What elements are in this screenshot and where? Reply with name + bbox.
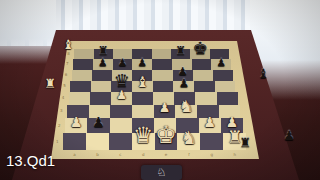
board-square — [217, 92, 238, 105]
chess-piece-white-pawn: ♟ — [70, 116, 82, 130]
captured-piece-black-pawn: ♟ — [283, 129, 295, 142]
captured-piece-black-bishop: ♝ — [257, 67, 269, 80]
chess-piece-black-pawn: ♟ — [98, 57, 107, 67]
file-coordinate: d — [142, 153, 145, 157]
board-square — [86, 133, 109, 150]
rank-row — [72, 70, 234, 81]
captured-piece-white-bishop: ♝ — [62, 38, 74, 51]
chess-piece-black-rook: ♜ — [98, 45, 109, 57]
chess-piece-black-pawn: ♟ — [178, 67, 188, 78]
chess-piece-white-pawn: ♟ — [203, 116, 215, 130]
board-square — [132, 105, 154, 119]
file-coordinate: b — [96, 153, 99, 157]
rank-coordinate: 6 — [65, 73, 68, 77]
board-square — [152, 70, 172, 81]
captured-piece-white-rook: ♜ — [44, 77, 56, 90]
board-square — [70, 81, 91, 93]
file-coordinate: g — [211, 153, 214, 157]
chess-piece-white-queen: ♛ — [133, 124, 153, 147]
chess-piece-black-pawn: ♟ — [118, 57, 127, 67]
board-square — [110, 105, 132, 119]
board-square — [200, 133, 223, 150]
board-square — [109, 133, 132, 150]
rank-coordinate: 1 — [56, 140, 59, 144]
board-square — [132, 92, 153, 105]
file-coordinate: a — [73, 153, 75, 157]
board-square — [91, 81, 112, 93]
chess-piece-black-pawn: ♟ — [137, 57, 146, 67]
dgt-logo-plaque: ♘ — [141, 165, 182, 180]
chess-piece-white-pawn: ♟ — [226, 116, 238, 130]
rank-coordinate: 3 — [60, 109, 63, 113]
board-square — [152, 59, 172, 70]
board-square — [194, 81, 215, 93]
chess-piece-white-pawn: ♟ — [116, 90, 127, 102]
rank-coordinate: 8 — [67, 52, 70, 56]
board-square — [192, 59, 212, 70]
board-square — [195, 92, 216, 105]
board-square — [69, 92, 90, 105]
board-square — [153, 81, 174, 93]
chess-piece-white-pawn: ♟ — [159, 102, 171, 115]
rank-coordinate: 4 — [62, 96, 65, 100]
file-coordinate: f — [188, 153, 189, 157]
curtain-light-left — [0, 0, 56, 64]
dgt-knight-icon: ♘ — [157, 167, 167, 178]
file-coordinate: h — [233, 153, 236, 157]
chess-piece-white-knight: ♞ — [179, 99, 194, 115]
board-square — [152, 49, 171, 59]
board-square — [73, 59, 93, 70]
chess-piece-white-bishop: ♝ — [136, 75, 149, 89]
broadcast-frame: 13.Qd1 ♘ abcdefgh12345678♛♚♞♜♟♟♟♟♞♟♝♟♛♟♟… — [0, 0, 320, 180]
chess-piece-black-pawn: ♟ — [92, 116, 104, 130]
file-coordinate: c — [119, 153, 121, 157]
board-square — [90, 92, 111, 105]
rank-coordinate: 5 — [63, 84, 66, 88]
captured-piece-black-rook: ♜ — [239, 136, 251, 149]
board-square — [213, 70, 233, 81]
chess-piece-white-knight: ♞ — [181, 129, 197, 147]
file-coordinate: e — [165, 153, 167, 157]
rank-row — [69, 92, 238, 105]
rank-row — [73, 59, 231, 70]
rank-coordinate: 2 — [58, 124, 61, 128]
rank-coordinate: 7 — [66, 62, 69, 66]
rank-row — [70, 81, 235, 93]
board-square — [72, 70, 92, 81]
chess-piece-black-rook: ♜ — [175, 45, 186, 57]
chess-piece-white-king: ♚ — [155, 123, 177, 147]
board-square — [63, 133, 86, 150]
board-square — [74, 49, 93, 59]
chess-piece-black-king: ♚ — [192, 40, 207, 57]
board-square — [215, 81, 236, 93]
board-square — [110, 118, 132, 133]
move-caption: 13.Qd1 — [6, 152, 55, 169]
chess-piece-black-queen: ♛ — [114, 72, 130, 90]
chess-piece-black-pawn: ♟ — [179, 78, 189, 89]
chess-piece-black-pawn: ♟ — [216, 57, 225, 67]
board-square — [92, 70, 112, 81]
board-square — [193, 70, 213, 81]
